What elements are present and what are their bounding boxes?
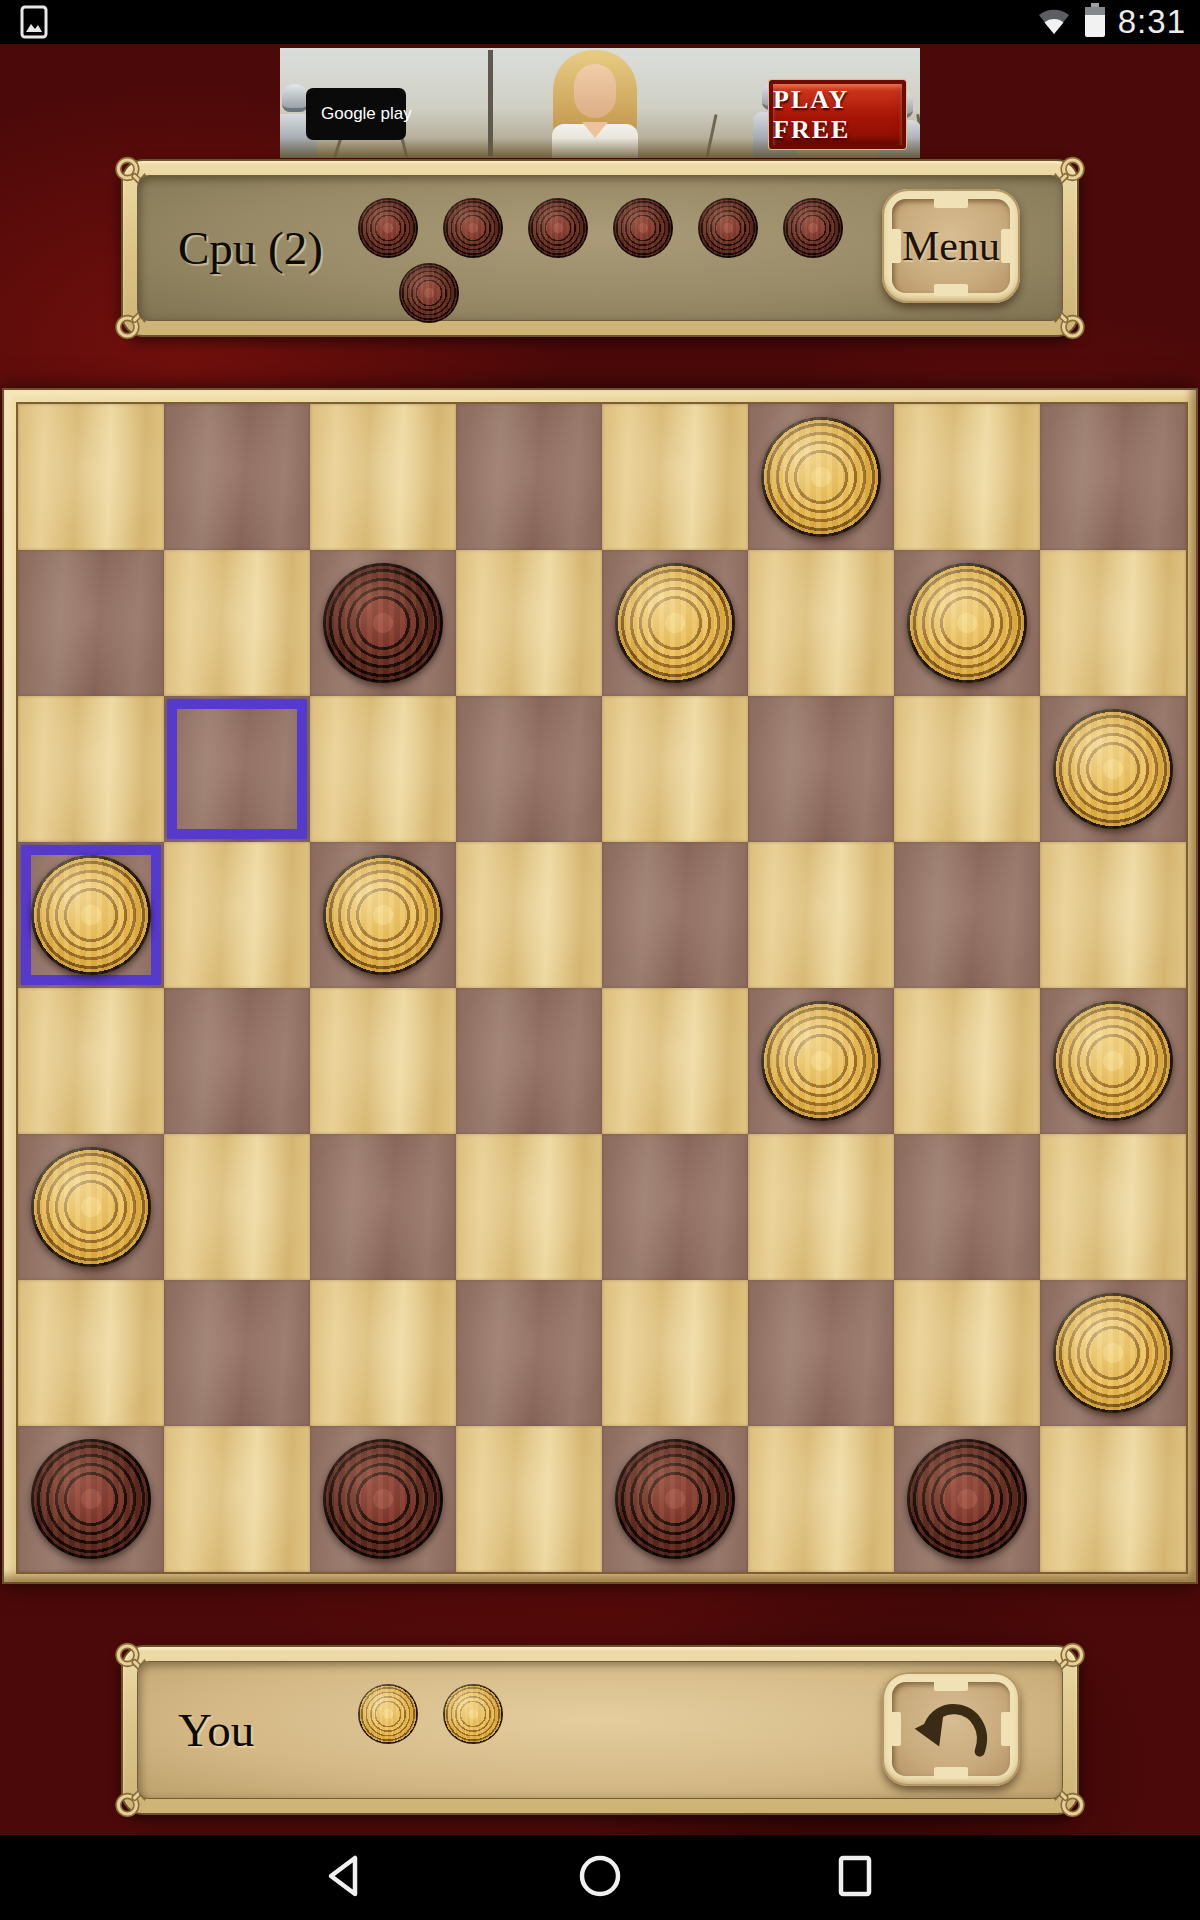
red-piece bbox=[399, 263, 459, 323]
gold-piece[interactable] bbox=[1053, 1001, 1173, 1121]
square-r5c1[interactable] bbox=[164, 1134, 310, 1280]
status-bar: 8:31 bbox=[0, 0, 1200, 44]
red-piece[interactable] bbox=[31, 1439, 151, 1559]
gold-piece bbox=[443, 1684, 503, 1744]
square-r6c0[interactable] bbox=[18, 1280, 164, 1426]
square-r0c0[interactable] bbox=[18, 404, 164, 550]
square-r7c5[interactable] bbox=[748, 1426, 894, 1572]
square-r3c1[interactable] bbox=[164, 842, 310, 988]
square-r0c2[interactable] bbox=[310, 404, 456, 550]
square-r2c3[interactable] bbox=[456, 696, 602, 842]
square-r6c4[interactable] bbox=[602, 1280, 748, 1426]
back-button[interactable] bbox=[325, 1854, 365, 1902]
square-r6c7[interactable] bbox=[1040, 1280, 1186, 1426]
red-piece[interactable] bbox=[615, 1439, 735, 1559]
square-r7c6[interactable] bbox=[894, 1426, 1040, 1572]
app-screen: 8:31 Google play PLAY FREE bbox=[0, 0, 1200, 1920]
square-r7c1[interactable] bbox=[164, 1426, 310, 1572]
square-r2c7[interactable] bbox=[1040, 696, 1186, 842]
gold-piece[interactable] bbox=[1053, 1293, 1173, 1413]
gold-piece[interactable] bbox=[907, 563, 1027, 683]
square-r0c6[interactable] bbox=[894, 404, 1040, 550]
square-r3c3[interactable] bbox=[456, 842, 602, 988]
square-r2c0[interactable] bbox=[18, 696, 164, 842]
square-r7c2[interactable] bbox=[310, 1426, 456, 1572]
square-r7c7[interactable] bbox=[1040, 1426, 1186, 1572]
red-piece bbox=[443, 198, 503, 258]
square-r3c4[interactable] bbox=[602, 842, 748, 988]
square-r2c6[interactable] bbox=[894, 696, 1040, 842]
captured-gold-piece bbox=[358, 1684, 418, 1744]
cpu-panel: Cpu (2) Menu bbox=[121, 159, 1079, 337]
clock-text: 8:31 bbox=[1118, 3, 1186, 41]
gold-piece[interactable] bbox=[31, 855, 151, 975]
play-free-label: PLAY FREE bbox=[773, 85, 902, 145]
menu-button-label: Menu bbox=[882, 222, 1020, 270]
menu-button[interactable]: Menu bbox=[882, 189, 1020, 303]
square-r2c5[interactable] bbox=[748, 696, 894, 842]
square-r2c1[interactable] bbox=[164, 696, 310, 842]
home-button[interactable] bbox=[578, 1854, 622, 1902]
gold-piece[interactable] bbox=[31, 1147, 151, 1267]
square-r6c6[interactable] bbox=[894, 1280, 1040, 1426]
square-r3c5[interactable] bbox=[748, 842, 894, 988]
square-r4c3[interactable] bbox=[456, 988, 602, 1134]
square-r4c4[interactable] bbox=[602, 988, 748, 1134]
recents-button[interactable] bbox=[835, 1854, 875, 1902]
square-r6c1[interactable] bbox=[164, 1280, 310, 1426]
square-r0c1[interactable] bbox=[164, 404, 310, 550]
captured-red-piece bbox=[783, 198, 843, 258]
gold-piece[interactable] bbox=[615, 563, 735, 683]
gold-piece bbox=[358, 1684, 418, 1744]
gold-piece[interactable] bbox=[761, 417, 881, 537]
captured-gold-piece bbox=[443, 1684, 503, 1744]
screenshot-notification-icon bbox=[20, 5, 48, 43]
square-r1c1[interactable] bbox=[164, 550, 310, 696]
captured-red-piece bbox=[698, 198, 758, 258]
red-piece[interactable] bbox=[323, 563, 443, 683]
red-piece[interactable] bbox=[907, 1439, 1027, 1559]
play-free-button[interactable]: PLAY FREE bbox=[769, 80, 906, 149]
square-r3c0[interactable] bbox=[18, 842, 164, 988]
square-r4c5[interactable] bbox=[748, 988, 894, 1134]
red-piece bbox=[698, 198, 758, 258]
captured-red-piece bbox=[358, 198, 418, 258]
square-r0c5[interactable] bbox=[748, 404, 894, 550]
red-piece bbox=[358, 198, 418, 258]
ad-banner[interactable]: Google play PLAY FREE bbox=[280, 48, 920, 158]
captured-red-piece bbox=[528, 198, 588, 258]
android-nav-bar bbox=[0, 1835, 1200, 1920]
undo-button[interactable] bbox=[882, 1672, 1020, 1786]
captured-red-piece bbox=[443, 198, 503, 258]
square-r0c3[interactable] bbox=[456, 404, 602, 550]
square-r6c3[interactable] bbox=[456, 1280, 602, 1426]
square-r5c4[interactable] bbox=[602, 1134, 748, 1280]
checkers-board bbox=[2, 388, 1198, 1584]
battery-icon bbox=[1084, 2, 1106, 42]
undo-arrow-icon bbox=[906, 1689, 996, 1769]
you-panel: You bbox=[121, 1645, 1079, 1815]
square-r1c4[interactable] bbox=[602, 550, 748, 696]
captured-red-piece bbox=[613, 198, 673, 258]
square-r1c5[interactable] bbox=[748, 550, 894, 696]
square-r5c3[interactable] bbox=[456, 1134, 602, 1280]
square-r3c6[interactable] bbox=[894, 842, 1040, 988]
red-piece[interactable] bbox=[323, 1439, 443, 1559]
google-play-badge[interactable]: Google play bbox=[306, 88, 406, 140]
square-r0c7[interactable] bbox=[1040, 404, 1186, 550]
square-r5c2[interactable] bbox=[310, 1134, 456, 1280]
square-r7c4[interactable] bbox=[602, 1426, 748, 1572]
gold-piece[interactable] bbox=[761, 1001, 881, 1121]
gold-piece[interactable] bbox=[1053, 709, 1173, 829]
google-play-label: Google play bbox=[321, 104, 412, 124]
square-r1c3[interactable] bbox=[456, 550, 602, 696]
square-r6c5[interactable] bbox=[748, 1280, 894, 1426]
square-r7c3[interactable] bbox=[456, 1426, 602, 1572]
square-r3c2[interactable] bbox=[310, 842, 456, 988]
red-piece bbox=[783, 198, 843, 258]
square-r5c6[interactable] bbox=[894, 1134, 1040, 1280]
captured-red-piece bbox=[399, 263, 459, 323]
square-r4c1[interactable] bbox=[164, 988, 310, 1134]
square-r5c0[interactable] bbox=[18, 1134, 164, 1280]
square-r5c7[interactable] bbox=[1040, 1134, 1186, 1280]
square-r1c0[interactable] bbox=[18, 550, 164, 696]
red-piece bbox=[528, 198, 588, 258]
board-grid bbox=[16, 402, 1188, 1574]
red-piece bbox=[613, 198, 673, 258]
square-r4c7[interactable] bbox=[1040, 988, 1186, 1134]
square-r1c6[interactable] bbox=[894, 550, 1040, 696]
square-r2c4[interactable] bbox=[602, 696, 748, 842]
square-r7c0[interactable] bbox=[18, 1426, 164, 1572]
square-r1c7[interactable] bbox=[1040, 550, 1186, 696]
square-r4c2[interactable] bbox=[310, 988, 456, 1134]
square-r4c6[interactable] bbox=[894, 988, 1040, 1134]
square-r4c0[interactable] bbox=[18, 988, 164, 1134]
square-r2c2[interactable] bbox=[310, 696, 456, 842]
square-r3c7[interactable] bbox=[1040, 842, 1186, 988]
square-r5c5[interactable] bbox=[748, 1134, 894, 1280]
square-r1c2[interactable] bbox=[310, 550, 456, 696]
square-r6c2[interactable] bbox=[310, 1280, 456, 1426]
wifi-icon bbox=[1036, 3, 1072, 41]
gold-piece[interactable] bbox=[323, 855, 443, 975]
status-indicators: 8:31 bbox=[1036, 0, 1186, 44]
square-r0c4[interactable] bbox=[602, 404, 748, 550]
